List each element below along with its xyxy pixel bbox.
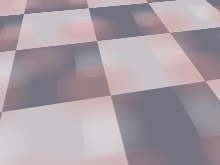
piece-white-rook-a1[interactable]: ♜	[11, 116, 36, 160]
piece-black-rook-h8[interactable]: ♜	[150, 20, 175, 52]
piece-white-pawn-c3[interactable]: ♟	[64, 102, 91, 128]
square-a5[interactable]	[41, 60, 58, 72]
piece-white-bishop-g2[interactable]: ♝	[151, 107, 176, 147]
piece-white-king-f2[interactable]: ♚	[129, 90, 154, 151]
piece-white-pawn-d4[interactable]: ♟	[86, 77, 113, 101]
chess-scene: ♜♛♚♜♟♟♟♝♟♞♟♝♞♟♟♟♟♟♟♚♝♜	[0, 0, 220, 165]
square-a4[interactable]	[35, 72, 54, 92]
mouse-cursor	[161, 69, 172, 89]
